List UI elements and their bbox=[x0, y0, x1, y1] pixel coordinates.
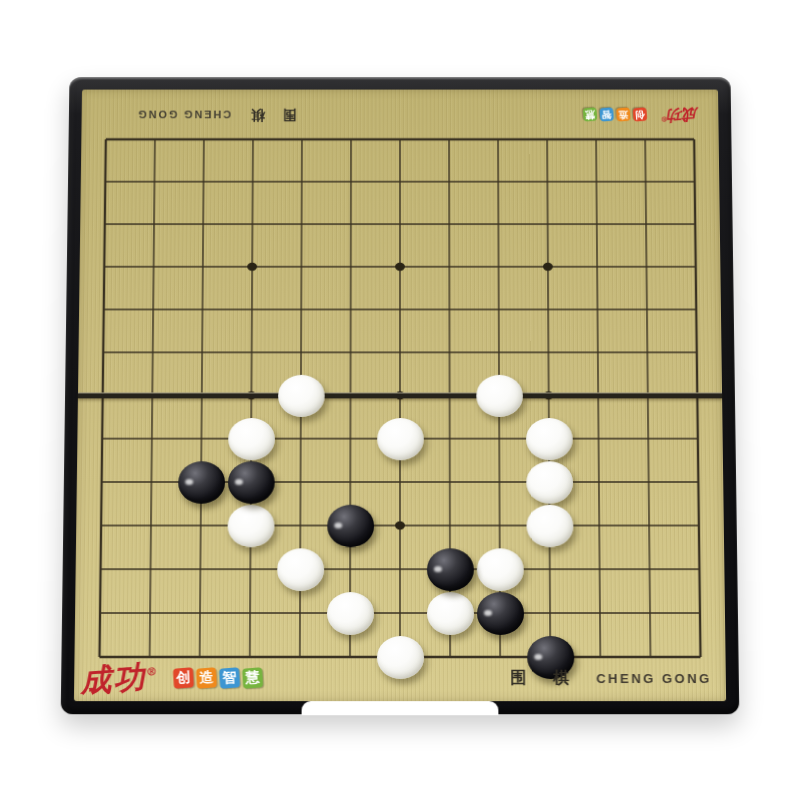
game-title-cn-top: 围 棋 bbox=[245, 106, 297, 123]
white-stone bbox=[476, 548, 523, 591]
slogan-tile: 慧 bbox=[583, 107, 598, 121]
bottom-brand-strip: 成功® 创造智慧 围 棋 CHENG GONG bbox=[74, 657, 726, 699]
slogan-tile: 智 bbox=[599, 107, 614, 121]
brand-en-bottom: CHENG GONG bbox=[596, 671, 712, 686]
product-photo: 围 棋 CHENG GONG 成功® 创造智慧 成功® 创造智慧 bbox=[0, 0, 800, 800]
white-stone bbox=[426, 592, 473, 635]
white-stone bbox=[277, 548, 324, 591]
slogan-tile: 造 bbox=[616, 107, 631, 121]
black-stone bbox=[476, 592, 523, 635]
stones-layer bbox=[100, 139, 701, 657]
game-title-cn-bottom: 围 棋 bbox=[510, 668, 580, 689]
white-stone bbox=[227, 504, 274, 547]
white-stone bbox=[476, 374, 523, 416]
brand-en-top: CHENG GONG bbox=[136, 109, 231, 120]
slogan-tile: 造 bbox=[196, 667, 217, 688]
black-stone bbox=[327, 504, 374, 547]
white-stone bbox=[526, 461, 573, 503]
brand-cn-top: 成功® bbox=[660, 106, 699, 124]
registered-mark: ® bbox=[146, 664, 160, 678]
white-stone bbox=[377, 418, 424, 460]
white-stone bbox=[228, 418, 275, 460]
slogan-tile: 创 bbox=[633, 107, 648, 121]
black-stone bbox=[227, 461, 274, 503]
slogan-tiles-top: 创造智慧 bbox=[583, 108, 647, 121]
slogan-tile: 创 bbox=[173, 667, 194, 688]
white-stone bbox=[525, 418, 572, 460]
white-stone bbox=[526, 504, 573, 547]
top-logo-group-rotated: 成功® 创造智慧 bbox=[583, 107, 699, 122]
black-stone bbox=[178, 461, 225, 503]
go-board: 围 棋 CHENG GONG 成功® 创造智慧 成功® 创造智慧 bbox=[61, 77, 740, 714]
top-brand-strip: 围 棋 CHENG GONG 成功® 创造智慧 bbox=[81, 94, 718, 134]
top-title-group-rotated: 围 棋 CHENG GONG bbox=[136, 106, 296, 123]
white-stone bbox=[326, 592, 373, 635]
slogan-tile: 慧 bbox=[242, 667, 263, 688]
white-stone bbox=[278, 374, 325, 416]
slogan-tiles-bottom: 创造智慧 bbox=[173, 668, 262, 688]
slogan-tile: 智 bbox=[219, 667, 240, 688]
handle-notch bbox=[302, 701, 499, 715]
registered-mark: ® bbox=[661, 115, 669, 124]
bottom-logo-group: 成功® 创造智慧 bbox=[80, 663, 263, 694]
black-stone bbox=[426, 548, 473, 591]
bottom-title-group: 围 棋 CHENG GONG bbox=[510, 668, 711, 689]
board-surface: 围 棋 CHENG GONG 成功® 创造智慧 成功® 创造智慧 bbox=[74, 90, 726, 702]
brand-cn-bottom: 成功® bbox=[79, 660, 160, 697]
